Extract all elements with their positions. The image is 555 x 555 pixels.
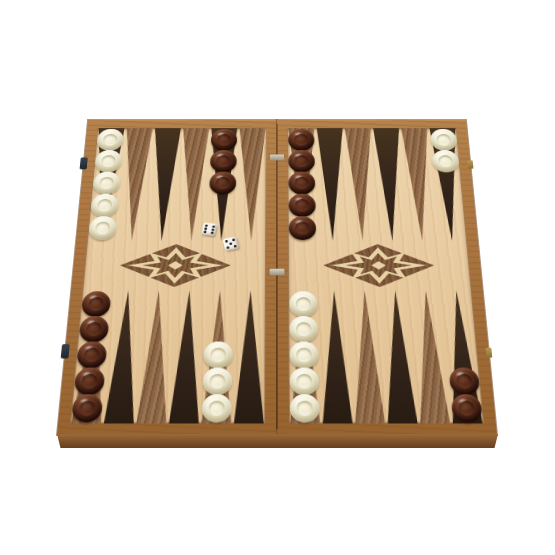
board-left-half [57, 120, 277, 435]
clasp-latch-upper [80, 157, 88, 169]
points-row-top-right [287, 128, 467, 241]
photo-backdrop [0, 0, 555, 555]
left-playing-field [70, 128, 267, 423]
dice-area [70, 128, 267, 423]
point-5[interactable] [319, 290, 354, 423]
board-right-half [277, 120, 497, 435]
die-pip [229, 242, 232, 245]
right-playing-field [287, 128, 484, 423]
point-19[interactable] [287, 128, 317, 241]
checker-dark[interactable] [289, 194, 316, 217]
checker-dark[interactable] [289, 172, 316, 195]
point-6[interactable] [288, 290, 321, 423]
bar-seam [276, 124, 278, 429]
checker-dark[interactable] [289, 150, 316, 172]
backgammon-board [57, 120, 497, 435]
checker-cream[interactable] [431, 150, 459, 172]
board-front-edge [57, 434, 498, 448]
checker-cream[interactable] [289, 291, 318, 317]
die-pip [232, 238, 235, 241]
checker-dark[interactable] [448, 368, 480, 396]
die-pip [211, 232, 214, 235]
points-row-bottom-right [288, 290, 484, 423]
hinge-icon [270, 269, 285, 276]
point-20-triangle [316, 128, 348, 241]
checker-cream[interactable] [290, 316, 319, 342]
clasp-catch-upper [467, 160, 473, 168]
checker-dark[interactable] [289, 216, 317, 240]
clasp-catch-lower [486, 348, 493, 358]
clasp-latch-lower [61, 344, 70, 358]
diamond-inlay-right [323, 244, 436, 287]
die-1[interactable] [201, 222, 217, 236]
die-pip [226, 246, 229, 249]
die-pip [203, 231, 206, 234]
die-2[interactable] [223, 236, 239, 251]
checker-cream[interactable] [290, 342, 319, 369]
point-5-triangle [319, 290, 354, 423]
die-pip [225, 240, 228, 243]
hinge-icon [270, 154, 284, 160]
point-20[interactable] [316, 128, 348, 241]
die-pip [234, 245, 237, 248]
